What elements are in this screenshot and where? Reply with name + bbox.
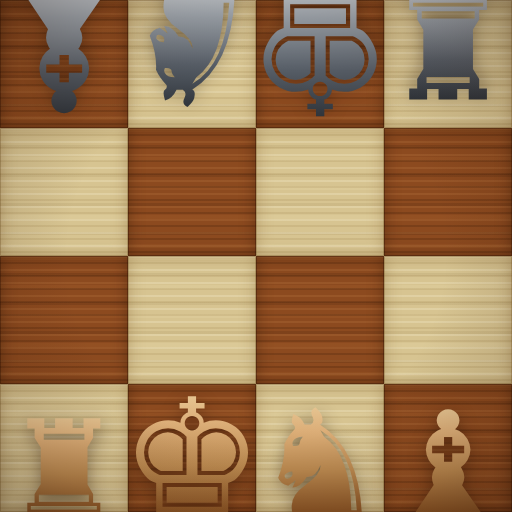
board-square-r1c3[interactable] (384, 128, 512, 256)
board-square-r1c1[interactable] (128, 128, 256, 256)
board-square-r2c3[interactable] (384, 256, 512, 384)
board-square-r3c2[interactable]: ♞ (256, 384, 384, 512)
piece-black-rook[interactable]: ♜ (386, 0, 510, 115)
piece-white-knight[interactable]: ♞ (256, 390, 384, 512)
board-square-r0c3[interactable]: ♜ (384, 0, 512, 128)
chess-board: ♝♞♚♜♜♚♞♝ (0, 0, 512, 512)
board-square-r3c0[interactable]: ♜ (0, 384, 128, 512)
board-square-r0c0[interactable]: ♝ (0, 0, 128, 128)
board-square-r2c2[interactable] (256, 256, 384, 384)
piece-black-king[interactable]: ♚ (256, 0, 384, 128)
piece-black-knight[interactable]: ♞ (128, 0, 256, 124)
board-square-r2c1[interactable] (128, 256, 256, 384)
board-square-r1c0[interactable] (0, 128, 128, 256)
board-square-r0c2[interactable]: ♚ (256, 0, 384, 128)
piece-white-king[interactable]: ♚ (128, 384, 256, 512)
chess-app-screen: ♝♞♚♜♜♚♞♝ (0, 0, 512, 512)
piece-white-rook[interactable]: ♜ (6, 403, 123, 512)
piece-black-bishop[interactable]: ♝ (0, 0, 128, 128)
board-square-r2c0[interactable] (0, 256, 128, 384)
board-square-r0c1[interactable]: ♞ (128, 0, 256, 128)
piece-white-bishop[interactable]: ♝ (384, 393, 511, 512)
board-square-r3c3[interactable]: ♝ (384, 384, 512, 512)
board-square-r3c1[interactable]: ♚ (128, 384, 256, 512)
board-square-r1c2[interactable] (256, 128, 384, 256)
